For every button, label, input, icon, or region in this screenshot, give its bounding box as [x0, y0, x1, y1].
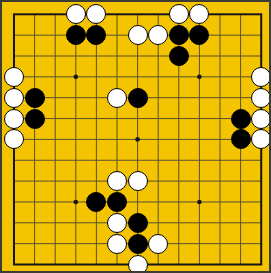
white-stone[interactable]	[66, 4, 86, 24]
black-stone[interactable]	[231, 129, 251, 149]
star-point	[74, 200, 79, 205]
white-stone[interactable]	[128, 171, 148, 191]
white-stone[interactable]	[148, 234, 168, 254]
white-stone[interactable]	[4, 109, 24, 129]
white-stone[interactable]	[169, 4, 189, 24]
black-stone[interactable]	[25, 88, 45, 108]
white-stone[interactable]	[107, 234, 127, 254]
go-board[interactable]	[0, 0, 271, 273]
black-stone[interactable]	[169, 46, 189, 66]
black-stone[interactable]	[231, 109, 251, 129]
white-stone[interactable]	[4, 67, 24, 87]
star-point	[197, 75, 202, 80]
black-stone[interactable]	[128, 213, 148, 233]
black-stone[interactable]	[107, 192, 127, 212]
white-stone[interactable]	[128, 25, 148, 45]
white-stone[interactable]	[107, 171, 127, 191]
white-stone[interactable]	[251, 67, 271, 87]
black-stone[interactable]	[169, 25, 189, 45]
white-stone[interactable]	[251, 109, 271, 129]
white-stone[interactable]	[251, 88, 271, 108]
white-stone[interactable]	[107, 213, 127, 233]
white-stone[interactable]	[4, 88, 24, 108]
black-stone[interactable]	[66, 25, 86, 45]
star-point	[74, 75, 79, 80]
white-stone[interactable]	[107, 88, 127, 108]
white-stone[interactable]	[128, 255, 148, 273]
star-point	[135, 137, 140, 142]
black-stone[interactable]	[25, 109, 45, 129]
black-stone[interactable]	[128, 234, 148, 254]
black-stone[interactable]	[128, 88, 148, 108]
star-point	[197, 200, 202, 205]
